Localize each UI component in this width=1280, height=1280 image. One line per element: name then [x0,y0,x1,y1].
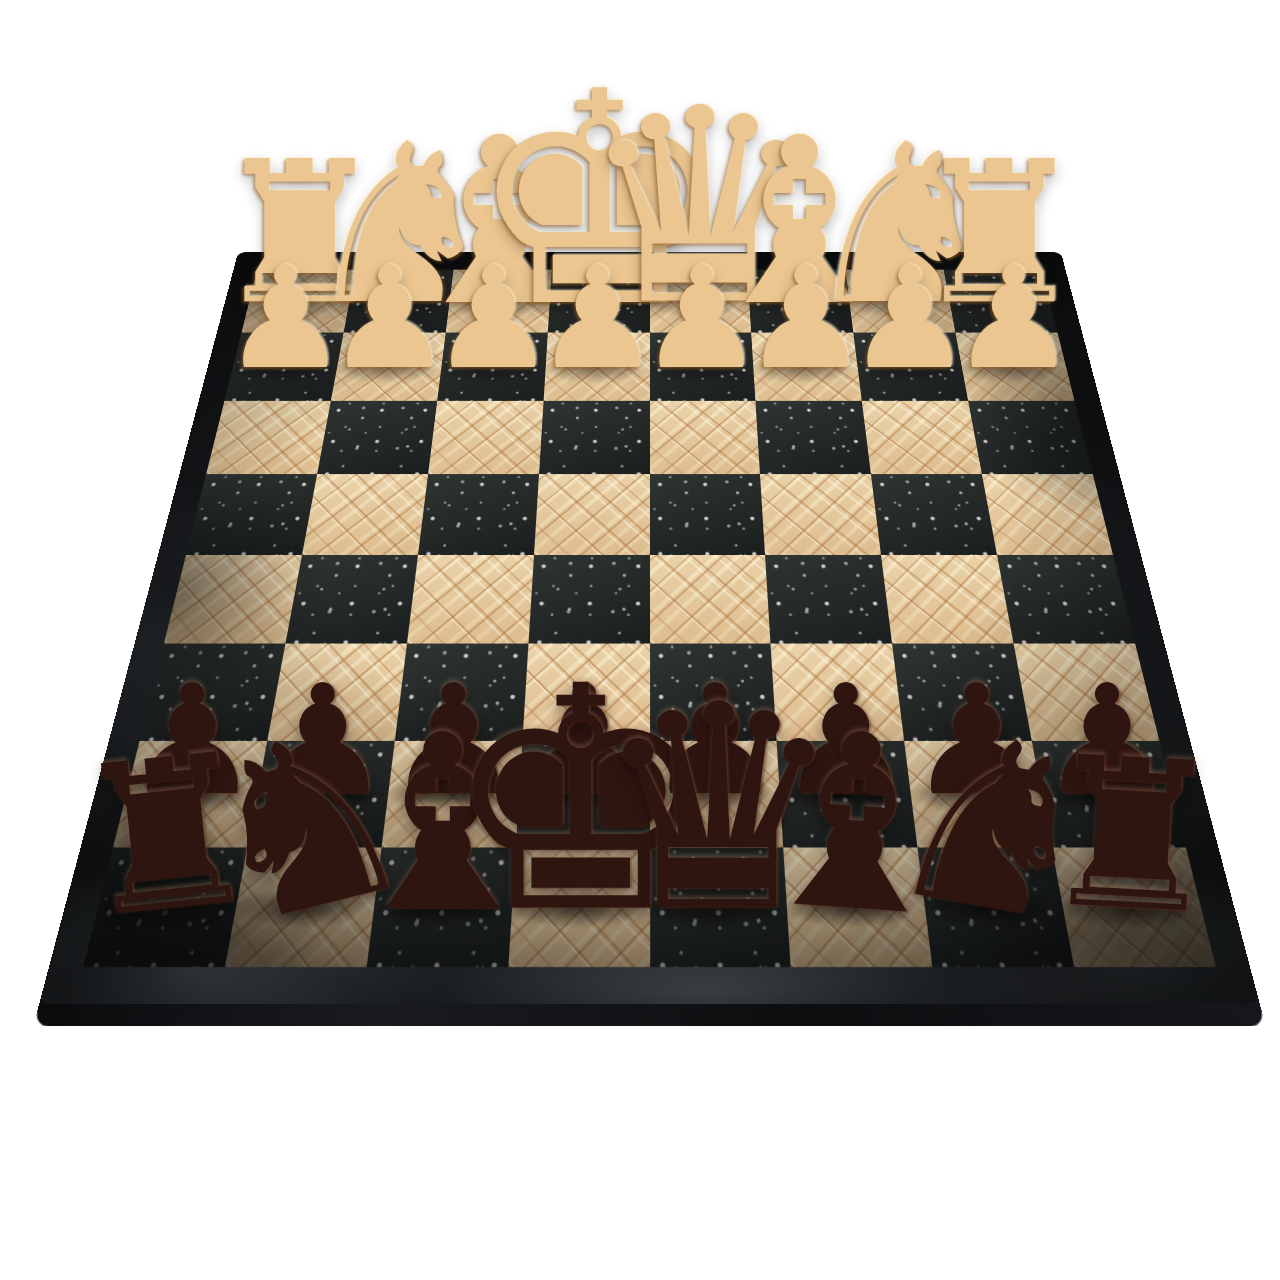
board-square-dark[interactable] [650,474,766,555]
board-square-light[interactable] [428,400,543,474]
board-square-light[interactable] [760,474,881,555]
board-square-light[interactable] [206,400,331,474]
board-square-dark[interactable] [186,474,317,555]
black-rook[interactable]: ♜ [1034,728,1229,943]
board-square-light[interactable] [164,555,302,643]
board-square-light[interactable] [881,555,1013,643]
board-square-dark[interactable] [968,400,1093,474]
board-square-dark[interactable] [871,474,997,555]
board-square-dark[interactable] [317,400,437,474]
board-square-dark[interactable] [756,400,871,474]
white-pawn[interactable]: ♟ [951,247,1077,388]
board-square-dark[interactable] [285,555,417,643]
board-square-dark[interactable] [539,400,650,474]
board-square-light[interactable] [534,474,650,555]
board-square-light[interactable] [302,474,428,555]
board-square-light[interactable] [650,400,761,474]
board-square-dark[interactable] [418,474,539,555]
chess-photo: ♜♞♝♚♛♝♞♜♟♟♟♟♟♟♟♟♟♟♟♟♟♟♟♟♜♞♝♚♛♝♞♜ [0,0,1280,1280]
board-square-dark[interactable] [765,555,892,643]
board-square-dark[interactable] [997,555,1135,643]
board-square-light[interactable] [862,400,982,474]
board-square-light[interactable] [982,474,1113,555]
